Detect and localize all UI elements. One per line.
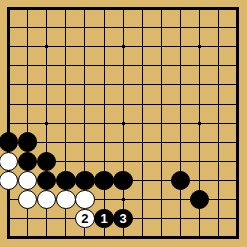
stone-black (94, 171, 114, 191)
star-point (198, 122, 201, 125)
grid-line-vertical (142, 9, 143, 238)
stone-black (113, 171, 133, 191)
stone-white (56, 190, 76, 210)
stone-black (171, 171, 191, 191)
star-point (198, 45, 201, 48)
move-stone-2: 2 (75, 209, 95, 229)
move-number-label: 1 (100, 212, 107, 225)
stone-white (75, 190, 95, 210)
stone-black (75, 171, 95, 191)
grid-line-vertical (218, 9, 219, 238)
grid-line-horizontal (9, 142, 238, 143)
star-point (122, 122, 125, 125)
move-number-label: 3 (119, 212, 126, 225)
star-point (122, 198, 125, 201)
go-board-diagram: 213 (0, 0, 247, 247)
grid-line-vertical (161, 9, 162, 238)
stone-black (56, 171, 76, 191)
star-point (45, 45, 48, 48)
grid-line-vertical (180, 9, 181, 238)
move-number-label: 2 (81, 212, 88, 225)
stone-black (18, 132, 38, 152)
move-stone-3: 3 (113, 209, 133, 229)
move-stone-1: 1 (94, 209, 114, 229)
star-point (122, 45, 125, 48)
star-point (45, 122, 48, 125)
